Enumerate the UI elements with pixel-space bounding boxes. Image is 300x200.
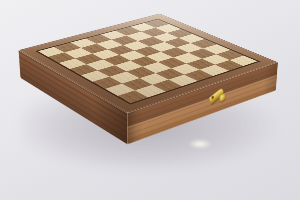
latch-catch-pin	[219, 93, 225, 102]
latch-clasp	[208, 83, 228, 109]
table-light-glint	[188, 139, 212, 149]
photo-scene	[0, 0, 300, 200]
